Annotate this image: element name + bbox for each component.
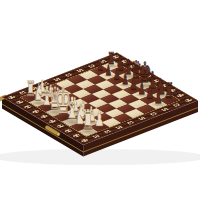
ground-shadow <box>0 149 200 165</box>
piece-black-pawn[interactable]: ♟ <box>149 88 167 106</box>
piece-white-rook[interactable]: ♜ <box>75 106 102 133</box>
wooden-chess-set-photo: ♜♟♞♟♝♟♛♟♚♟♝♟♟♞♜♟♟♜♞♟♟♝♟♛♟♚♟♝♟♞♟♜ <box>0 0 200 200</box>
